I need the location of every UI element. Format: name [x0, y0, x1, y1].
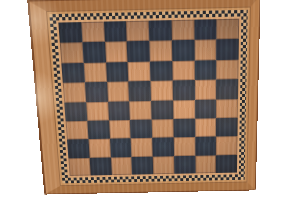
square-r5c6-light	[173, 100, 195, 119]
square-r2c4-dark	[127, 41, 150, 62]
square-r5c2-light	[86, 101, 109, 120]
square-r4c3-light	[107, 82, 130, 102]
board-surface	[46, 7, 251, 187]
square-r7c8-light	[216, 136, 237, 155]
square-r6c2-dark	[87, 120, 109, 139]
square-r8c6-dark	[174, 155, 195, 173]
square-r6c7-light	[195, 118, 217, 137]
square-r1c3-dark	[103, 21, 126, 42]
square-r8c8-dark	[216, 155, 237, 173]
square-r2c7-light	[194, 40, 216, 61]
square-r4c6-dark	[172, 80, 194, 100]
square-r7c4-light	[131, 138, 153, 157]
square-r2c6-dark	[172, 40, 195, 61]
square-r3c8-light	[216, 59, 238, 79]
square-r3c4-light	[128, 61, 151, 81]
square-r6c8-dark	[216, 118, 238, 137]
square-r8c1-light	[68, 158, 90, 176]
board-grid	[58, 19, 239, 176]
square-r6c1-light	[66, 121, 89, 140]
square-r3c6-light	[172, 60, 194, 80]
square-r1c8-light	[216, 19, 239, 40]
square-r5c7-dark	[195, 99, 217, 118]
frame-outer-edge	[27, 0, 261, 195]
square-r5c4-light	[129, 100, 151, 119]
square-r3c1-dark	[61, 63, 84, 83]
square-r7c1-dark	[67, 139, 89, 158]
square-r1c5-dark	[149, 20, 172, 41]
square-r2c5-light	[149, 41, 172, 62]
square-r3c2-light	[83, 62, 106, 82]
square-r3c3-dark	[106, 62, 129, 82]
square-r1c1-dark	[58, 22, 82, 43]
square-r1c6-light	[171, 20, 194, 41]
wooden-frame	[29, 0, 259, 194]
square-r2c8-dark	[216, 39, 238, 60]
square-r5c5-dark	[151, 100, 173, 119]
square-r3c7-dark	[194, 60, 216, 80]
square-r6c6-dark	[173, 119, 195, 138]
square-r6c4-dark	[130, 119, 152, 138]
square-r1c2-light	[81, 22, 105, 43]
square-r4c4-dark	[129, 81, 152, 101]
square-r3c5-dark	[150, 61, 173, 81]
square-r8c5-light	[153, 156, 174, 174]
square-r2c2-dark	[82, 42, 105, 63]
square-r8c4-dark	[132, 156, 154, 174]
square-r6c3-light	[109, 120, 131, 139]
square-r5c8-light	[216, 99, 238, 118]
chessboard-photo	[27, 0, 261, 195]
square-r5c1-dark	[64, 102, 87, 121]
square-r8c7-light	[195, 155, 216, 173]
square-r4c5-light	[150, 81, 172, 101]
square-r5c3-dark	[108, 101, 130, 120]
square-r7c2-light	[88, 139, 110, 158]
checkered-border-inlay	[49, 10, 247, 183]
square-r7c7-dark	[195, 137, 216, 156]
square-r6c5-light	[152, 119, 174, 138]
square-r4c7-light	[194, 80, 216, 100]
square-r7c5-dark	[152, 138, 174, 157]
photo-canvas	[0, 0, 300, 199]
square-r8c2-dark	[89, 157, 111, 175]
square-r4c8-dark	[216, 79, 238, 99]
square-r2c1-light	[60, 43, 84, 64]
square-r7c6-light	[173, 137, 194, 156]
square-r8c3-light	[110, 157, 132, 175]
square-r7c3-dark	[110, 138, 132, 157]
square-r1c4-light	[126, 21, 149, 42]
square-r1c7-dark	[194, 19, 217, 40]
square-r2c3-light	[105, 42, 128, 63]
square-r4c2-dark	[85, 82, 108, 102]
square-r4c1-light	[63, 82, 86, 102]
playing-area	[56, 16, 241, 177]
